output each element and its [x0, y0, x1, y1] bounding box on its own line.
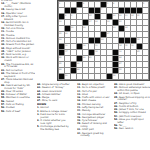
black-cell [113, 56, 119, 62]
grid-cell[interactable]: 40 [137, 50, 143, 56]
clue-number: 29. [77, 122, 82, 125]
grid-cell[interactable]: 15 [137, 14, 143, 20]
clue-number: 58. [114, 127, 119, 130]
cell-number: 22 [83, 26, 85, 28]
grid-cell[interactable] [107, 44, 113, 50]
cell-number: 49 [77, 68, 79, 70]
black-cell [59, 14, 65, 20]
black-cell [65, 26, 71, 32]
black-cell [77, 56, 83, 62]
clue-number: 4. [37, 119, 40, 122]
clue-number: 63. [37, 86, 42, 89]
grid-cell[interactable]: 31 [65, 44, 71, 50]
grid-cell[interactable] [83, 32, 89, 38]
grid-cell[interactable] [95, 2, 101, 8]
grid-cell[interactable] [71, 2, 77, 8]
clue-number: 58. [1, 106, 6, 109]
cell-number: 41 [59, 56, 61, 58]
clue-number: 11. [77, 86, 82, 89]
black-cell [113, 20, 119, 26]
cell-number: 44 [119, 56, 121, 58]
cell-number: 28 [59, 38, 61, 40]
grid-cell[interactable]: 42 [83, 56, 89, 62]
clue-number: 18. [1, 21, 6, 24]
black-cell [89, 50, 95, 56]
grid-cell[interactable]: 36 [131, 44, 137, 50]
clue-item: 35. “1984” actor Jackson [1, 50, 35, 53]
clue-item: 42. Famous waterways reduce within this … [114, 86, 150, 91]
clue-number: 13. [77, 93, 82, 96]
cell-number: 45 [59, 62, 61, 64]
clue-number: 24. [77, 113, 82, 116]
grid-cell[interactable] [137, 68, 143, 74]
grid-cell[interactable]: 46 [77, 62, 83, 68]
grid-cell[interactable] [77, 14, 83, 20]
grid-cell[interactable]: 34 [119, 44, 125, 50]
grid-cell[interactable] [83, 14, 89, 20]
grid-cell[interactable] [125, 68, 131, 74]
grid-cell[interactable] [65, 38, 71, 44]
grid-cell[interactable]: 1 [59, 2, 65, 8]
cell-number: 23 [113, 26, 115, 28]
black-cell [119, 38, 125, 44]
clue-number: 47. [114, 102, 119, 105]
grid-cell[interactable] [77, 20, 83, 26]
grid-cell[interactable] [101, 62, 107, 68]
grid-cell[interactable] [143, 26, 149, 32]
cell-number: 27 [107, 32, 109, 34]
grid-cell[interactable]: 41 [59, 56, 65, 62]
cell-number: 19 [107, 20, 109, 22]
clue-number: 43. [1, 69, 6, 72]
black-cell [125, 38, 131, 44]
clue-number: 21. [77, 106, 82, 109]
black-cell [107, 14, 113, 20]
grid-cell[interactable] [101, 68, 107, 74]
clue-item: 38. Word with bacon or cream [1, 56, 35, 61]
clue-number: 65. [37, 93, 42, 96]
clue-number: 60. [37, 83, 42, 86]
grid-cell[interactable] [119, 32, 125, 38]
grid-cell[interactable]: 20 [119, 20, 125, 26]
clue-number: 44. [1, 72, 6, 75]
grid-cell[interactable] [95, 62, 101, 68]
clue-item: 40. The Progressive Era, as a TV series [1, 62, 35, 67]
grid-cell[interactable] [89, 2, 95, 8]
grid-cell[interactable]: 18 [95, 20, 101, 26]
grid-cell[interactable] [71, 44, 77, 50]
cell-number: 47 [119, 62, 121, 64]
grid-cell[interactable] [143, 38, 149, 44]
cell-number: 36 [131, 44, 133, 46]
clue-column-bottom-3: 40. Has a good madness?42. Famous waterw… [114, 83, 150, 150]
cell-number: 11 [113, 14, 115, 16]
clue-number: 54. [1, 93, 6, 96]
grid-cell[interactable] [71, 50, 77, 56]
grid-cell[interactable] [95, 26, 101, 32]
grid-cell[interactable] [107, 38, 113, 44]
cell-number: 5 [143, 2, 144, 4]
grid-cell[interactable] [125, 2, 131, 8]
grid-cell[interactable]: 25 [59, 32, 65, 38]
grid-cell[interactable] [83, 68, 89, 74]
grid-cell[interactable] [131, 26, 137, 32]
grid-cell[interactable] [83, 50, 89, 56]
grid-cell[interactable] [119, 2, 125, 8]
black-cell [71, 62, 77, 68]
black-cell [95, 8, 101, 14]
clue-number: 48. [114, 105, 119, 108]
grid-cell[interactable]: 47 [119, 62, 125, 68]
grid-cell[interactable] [77, 38, 83, 44]
cell-number: 43 [89, 56, 91, 58]
grid-cell[interactable]: 30 [137, 38, 143, 44]
black-cell [59, 74, 65, 80]
grid-cell[interactable]: 3 [107, 2, 113, 8]
grid-cell[interactable] [113, 44, 119, 50]
clue-list-across-left: of the lot?14. “___ Pleas” (Montana mott… [1, 0, 35, 112]
cell-number: 33 [95, 44, 97, 46]
clue-item: 58. Gen. lead-in [114, 127, 150, 130]
grid-cell[interactable] [77, 32, 83, 38]
clue-column-across-left: of the lot?14. “___ Pleas” (Montana mott… [1, 0, 35, 150]
grid-cell[interactable]: 37 [65, 50, 71, 56]
clue-item: 48. Award earned by 50-Across for “Aida” [1, 84, 35, 89]
grid-cell[interactable] [101, 14, 107, 20]
clue-number: 44. [114, 92, 119, 95]
clue-number: 22. [1, 33, 6, 36]
grid-cell[interactable] [107, 26, 113, 32]
clue-number: 48. [1, 84, 6, 87]
grid-cell[interactable]: 50 [119, 68, 125, 74]
grid-cell[interactable] [143, 8, 149, 14]
clue-number: 12. [77, 90, 82, 93]
grid-cell[interactable] [65, 20, 71, 26]
clue-number: 56. [114, 124, 119, 127]
grid-cell[interactable]: 21 [71, 26, 77, 32]
clue-number: 22. [77, 109, 82, 112]
clue-number: 66. [37, 96, 42, 99]
clue-number: 50. [114, 111, 119, 114]
grid-cell[interactable] [77, 74, 83, 80]
clue-number: 18. [77, 99, 82, 102]
grid-cell[interactable]: 10 [89, 14, 95, 20]
cell-number: 25 [59, 32, 61, 34]
clue-item: 47. Trans-Siberian Railroad stop [1, 78, 35, 83]
grid-cell[interactable] [125, 74, 131, 80]
clue-number: 59. [1, 110, 6, 113]
cell-number: 24 [125, 26, 127, 28]
grid-cell[interactable]: 32 [83, 44, 89, 50]
cell-number: 2 [83, 2, 84, 4]
black-cell [125, 8, 131, 14]
clue-number: 40. [1, 62, 6, 65]
grid-cell[interactable]: 49 [77, 68, 83, 74]
grid-cell[interactable] [143, 50, 149, 56]
grid-cell[interactable] [131, 2, 137, 8]
clue-number: 42. [114, 86, 119, 89]
grid-cell[interactable]: 48 [59, 68, 65, 74]
cell-number: 9 [71, 14, 72, 16]
cell-number: 7 [101, 8, 102, 10]
grid-cell[interactable] [107, 8, 113, 14]
grid-cell[interactable] [131, 68, 137, 74]
grid-cell[interactable]: 39 [119, 50, 125, 56]
grid-cell[interactable] [95, 74, 101, 80]
grid-cell[interactable] [65, 2, 71, 8]
black-cell [113, 62, 119, 68]
cell-number: 13 [125, 14, 127, 16]
grid-cell[interactable] [137, 2, 143, 8]
cell-number: 3 [107, 2, 108, 4]
grid-cell[interactable] [89, 26, 95, 32]
grid-cell[interactable]: 16 [59, 20, 65, 26]
grid-cell[interactable] [125, 50, 131, 56]
black-cell [89, 38, 95, 44]
grid-cell[interactable] [59, 8, 65, 14]
grid-cell[interactable]: 52 [113, 74, 119, 80]
grid-cell[interactable] [131, 50, 137, 56]
cell-number: 48 [59, 68, 61, 70]
grid-cell[interactable]: 6 [77, 8, 83, 14]
grid-cell[interactable] [137, 62, 143, 68]
grid-cell[interactable]: 38 [95, 50, 101, 56]
grid-cell[interactable] [143, 56, 149, 62]
cell-number: 38 [95, 50, 97, 52]
grid-cell[interactable] [89, 74, 95, 80]
clue-number: 16. [77, 96, 82, 99]
grid-cell[interactable]: 5 [143, 2, 149, 8]
cell-number: 32 [83, 44, 85, 46]
clue-number: 49. [1, 90, 6, 93]
grid-cell[interactable] [137, 32, 143, 38]
clue-number: 56. [1, 100, 6, 103]
grid-cell[interactable] [101, 56, 107, 62]
grid-cell[interactable] [113, 38, 119, 44]
grid-cell[interactable] [65, 56, 71, 62]
clue-number: 40. [114, 83, 119, 86]
grid-cell[interactable] [101, 20, 107, 26]
clue-item: 54. Have you might spoil letter [114, 118, 150, 123]
clue-number: 55. [1, 96, 6, 99]
grid-cell[interactable]: 27 [107, 32, 113, 38]
grid-cell[interactable] [89, 62, 95, 68]
clue-number: 28. [77, 119, 82, 122]
grid-cell[interactable]: 26 [65, 32, 71, 38]
grid-cell[interactable] [89, 68, 95, 74]
grid-cell[interactable] [131, 32, 137, 38]
grid-cell[interactable]: 22 [83, 26, 89, 32]
grid-cell[interactable] [125, 56, 131, 62]
grid-cell[interactable]: 28 [59, 38, 65, 44]
grid-cell[interactable]: 19 [107, 20, 113, 26]
black-cell [131, 8, 137, 14]
clue-number: 32. [77, 132, 82, 135]
grid-cell[interactable] [113, 8, 119, 14]
grid-cell[interactable]: 35 [125, 44, 131, 50]
grid-cell[interactable] [95, 56, 101, 62]
black-cell [131, 38, 137, 44]
grid-cell[interactable] [71, 56, 77, 62]
clue-item: 59. Cuts of beef [1, 110, 35, 113]
black-cell [59, 44, 65, 50]
cell-number: 1 [59, 2, 60, 4]
grid-cell[interactable] [143, 74, 149, 80]
clue-number: 17. [1, 15, 6, 18]
cell-number: 14 [131, 14, 133, 16]
grid-cell[interactable] [101, 74, 107, 80]
grid-cell[interactable]: 12 [119, 14, 125, 20]
grid-cell[interactable] [89, 32, 95, 38]
grid-cell[interactable] [143, 68, 149, 74]
clue-item: 32. George's great big comedy [77, 132, 111, 137]
grid-cell[interactable] [137, 20, 143, 26]
black-cell [71, 8, 77, 14]
clue-item: 29. Result of ranking and rolling [77, 122, 111, 127]
cell-number: 8 [65, 14, 66, 16]
grid-cell[interactable]: 17 [89, 20, 95, 26]
black-cell [65, 8, 71, 14]
clue-item: 5. Anchorage protected by the Fantasy Se… [37, 125, 71, 130]
grid-cell[interactable]: 4 [113, 2, 119, 8]
grid-cell[interactable] [71, 32, 77, 38]
grid-cell[interactable]: 7 [101, 8, 107, 14]
grid-cell[interactable] [131, 62, 137, 68]
grid-cell[interactable] [83, 74, 89, 80]
grid-cell[interactable] [125, 62, 131, 68]
cell-number: 15 [137, 14, 139, 16]
cell-number: 50 [119, 68, 121, 70]
grid-cell[interactable] [131, 74, 137, 80]
grid-cell[interactable]: 23 [113, 26, 119, 32]
black-cell [71, 68, 77, 74]
cell-number: 52 [113, 74, 115, 76]
grid-cell[interactable] [143, 14, 149, 20]
grid-cell[interactable] [131, 56, 137, 62]
cell-number: 51 [65, 74, 67, 76]
grid-cell[interactable]: 33 [95, 44, 101, 50]
grid-cell[interactable]: 2 [83, 2, 89, 8]
grid-cell[interactable] [101, 50, 107, 56]
grid-cell[interactable]: 24 [125, 26, 131, 32]
grid-cell[interactable]: 45 [59, 62, 65, 68]
grid-cell[interactable] [77, 50, 83, 56]
grid-cell[interactable] [107, 62, 113, 68]
grid-cell[interactable]: 9 [71, 14, 77, 20]
clue-item: 17. Kitty Litter tycoon Edward [1, 15, 35, 20]
grid-cell[interactable]: 14 [131, 14, 137, 20]
grid-cell[interactable] [125, 20, 131, 26]
grid-cell[interactable] [143, 20, 149, 26]
grid-cell[interactable] [83, 38, 89, 44]
grid-cell[interactable] [131, 20, 137, 26]
crossword-page: of the lot?14. “___ Pleas” (Montana mott… [0, 0, 150, 150]
clue-number: 23. [1, 37, 6, 40]
grid-cell[interactable] [65, 68, 71, 74]
clue-number: 19. [77, 103, 82, 106]
grid-cell[interactable]: 13 [125, 14, 131, 20]
grid-cell[interactable] [125, 32, 131, 38]
black-cell [119, 8, 125, 14]
black-cell [59, 50, 65, 56]
grid-cell[interactable] [119, 74, 125, 80]
cell-number: 34 [119, 44, 121, 46]
cell-number: 10 [89, 14, 91, 16]
black-cell [95, 14, 101, 20]
clue-number: 57. [1, 103, 6, 106]
grid-cell[interactable] [59, 26, 65, 32]
black-cell [101, 2, 107, 8]
black-cell [89, 8, 95, 14]
black-cell [77, 2, 83, 8]
clue-number: 38. [1, 56, 6, 59]
grid-cell[interactable] [113, 32, 119, 38]
grid-cell[interactable] [107, 68, 113, 74]
grid-cell[interactable] [65, 62, 71, 68]
grid-cell[interactable] [77, 26, 83, 32]
grid-cell[interactable] [71, 74, 77, 80]
grid-cell[interactable] [83, 62, 89, 68]
grid-cell[interactable] [137, 74, 143, 80]
grid-cell[interactable] [107, 50, 113, 56]
grid-cell[interactable] [143, 62, 149, 68]
grid-cell[interactable]: 8 [65, 14, 71, 20]
grid-cell[interactable] [71, 20, 77, 26]
grid-cell[interactable]: 43 [89, 56, 95, 62]
clue-list-down-1: 1. Haircut2. Blame a college career3. Fi… [37, 106, 71, 130]
grid-cell[interactable]: 44 [119, 56, 125, 62]
cell-number: 42 [83, 56, 85, 58]
black-cell [137, 8, 143, 14]
clue-number: 27. [1, 40, 6, 43]
black-cell [137, 44, 143, 50]
cell-number: 30 [137, 38, 139, 40]
clue-number: 45. [114, 96, 119, 99]
grid-cell[interactable] [83, 8, 89, 14]
grid-cell[interactable] [71, 38, 77, 44]
cell-number: 26 [65, 32, 67, 34]
clue-number: 52. [114, 115, 119, 118]
grid-cell[interactable] [101, 44, 107, 50]
cell-number: 31 [65, 44, 67, 46]
grid-cell[interactable]: 51 [65, 74, 71, 80]
grid-cell[interactable] [95, 32, 101, 38]
grid-cell[interactable] [107, 56, 113, 62]
grid-cell[interactable] [143, 44, 149, 50]
crossword-grid[interactable]: 1234567891011121314151617181920212223242… [57, 0, 150, 81]
grid-cell[interactable] [137, 56, 143, 62]
clue-item: 4. It cracks whether you look right [37, 119, 71, 124]
grid-cell[interactable]: 29 [101, 38, 107, 44]
grid-cell[interactable] [89, 44, 95, 50]
black-cell [107, 74, 113, 80]
cell-number: 29 [101, 38, 103, 40]
cell-number: 12 [119, 14, 121, 16]
clue-number: 34. [1, 47, 6, 50]
clue-number: 15. [1, 8, 6, 11]
grid-cell[interactable]: 11 [113, 14, 119, 20]
clue-number: 31. [77, 128, 82, 131]
cell-number: 18 [95, 20, 97, 22]
black-cell [77, 44, 83, 50]
grid-cell[interactable] [101, 26, 107, 32]
black-cell [101, 32, 107, 38]
black-cell [113, 68, 119, 74]
grid-cell[interactable] [95, 68, 101, 74]
grid-cell[interactable] [137, 26, 143, 32]
cell-number: 37 [65, 50, 67, 52]
grid-cell[interactable] [143, 32, 149, 38]
